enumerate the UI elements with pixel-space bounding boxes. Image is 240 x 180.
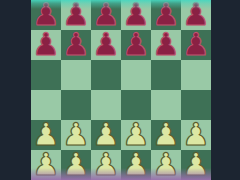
square-d4[interactable] — [121, 60, 151, 90]
square-f1[interactable]: ♟ — [181, 150, 211, 180]
square-e4[interactable] — [151, 60, 181, 90]
green-pawn: ♟ — [32, 149, 60, 179]
green-pawn: ♟ — [152, 149, 180, 179]
red-pawn: ♟ — [152, 29, 180, 59]
square-f4[interactable] — [181, 60, 211, 90]
red-pawn: ♟ — [62, 0, 90, 29]
square-d1[interactable]: ♟ — [121, 150, 151, 180]
red-pawn: ♟ — [32, 0, 60, 29]
red-pawn: ♟ — [92, 0, 120, 29]
red-pawn: ♟ — [182, 29, 210, 59]
red-pawn: ♟ — [182, 0, 210, 29]
square-a1[interactable]: ♟ — [31, 150, 61, 180]
square-b1[interactable]: ♟ — [61, 150, 91, 180]
square-b5[interactable]: ♟ — [61, 30, 91, 60]
square-e1[interactable]: ♟ — [151, 150, 181, 180]
green-pawn: ♟ — [62, 149, 90, 179]
red-pawn: ♟ — [62, 29, 90, 59]
red-pawn: ♟ — [122, 0, 150, 29]
square-c4[interactable] — [91, 60, 121, 90]
green-pawn: ♟ — [152, 119, 180, 149]
green-pawn: ♟ — [62, 119, 90, 149]
red-pawn: ♟ — [152, 0, 180, 29]
green-pawn: ♟ — [92, 149, 120, 179]
square-d5[interactable]: ♟ — [121, 30, 151, 60]
green-pawn: ♟ — [92, 119, 120, 149]
square-c1[interactable]: ♟ — [91, 150, 121, 180]
red-pawn: ♟ — [122, 29, 150, 59]
green-pawn: ♟ — [182, 119, 210, 149]
board: ♟♟♟♟♟♟♟♟♟♟♟♟♟♟♟♟♟♟♟♟♟♟♟♟ — [31, 0, 211, 180]
square-e5[interactable]: ♟ — [151, 30, 181, 60]
red-pawn: ♟ — [92, 29, 120, 59]
square-c5[interactable]: ♟ — [91, 30, 121, 60]
app-background: ♟♟♟♟♟♟♟♟♟♟♟♟♟♟♟♟♟♟♟♟♟♟♟♟ — [0, 0, 240, 180]
square-a5[interactable]: ♟ — [31, 30, 61, 60]
green-pawn: ♟ — [32, 119, 60, 149]
red-pawn: ♟ — [32, 29, 60, 59]
square-f5[interactable]: ♟ — [181, 30, 211, 60]
green-pawn: ♟ — [122, 119, 150, 149]
square-a4[interactable] — [31, 60, 61, 90]
green-pawn: ♟ — [122, 149, 150, 179]
square-b4[interactable] — [61, 60, 91, 90]
green-pawn: ♟ — [182, 149, 210, 179]
